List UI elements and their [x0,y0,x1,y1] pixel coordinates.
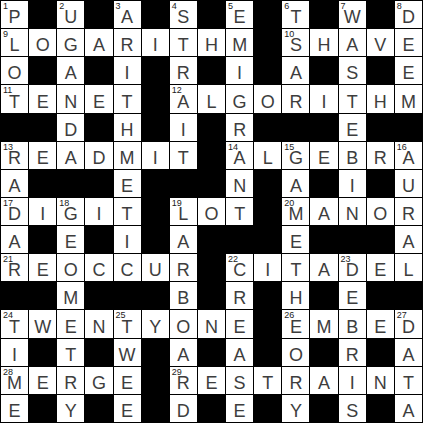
cell-r12c0[interactable]: I [1,339,28,366]
cell-letter: T [170,36,197,54]
cell-r9c12[interactable]: 23D [339,254,366,281]
cell-r6c14[interactable]: U [395,170,422,197]
black-cell-r4c11 [310,114,337,141]
cell-r11c5[interactable]: Y [142,310,169,337]
cell-letter: E [114,402,141,420]
cell-letter: G [57,205,84,223]
cell-letter: A [114,8,141,26]
cell-r7c11[interactable]: A [310,198,337,225]
cell-letter: I [142,149,169,167]
cell-letter: T [226,205,253,223]
cell-r9c4[interactable]: C [114,254,141,281]
cell-r9c9[interactable]: I [254,254,281,281]
cell-r11c6[interactable]: O [170,310,197,337]
black-cell-r6c7 [198,170,225,197]
cell-letter: A [395,402,422,420]
cell-r11c12[interactable]: B [339,310,366,337]
cell-letter: E [114,374,141,392]
cell-r1c8[interactable]: M [226,29,253,56]
cell-letter: W [339,8,366,26]
cell-r7c7[interactable]: O [198,198,225,225]
black-cell-r4c10 [282,114,309,141]
cell-letter: R [339,346,366,364]
cell-letter: E [57,318,84,336]
cell-r6c4[interactable]: E [114,170,141,197]
cell-r9c11[interactable]: A [310,254,337,281]
black-cell-r0c3 [85,1,112,28]
cell-r0c0[interactable]: 1P [1,1,28,28]
cell-letter: S [339,64,366,82]
cell-letter: C [85,261,112,279]
cell-r14c6[interactable]: D [170,395,197,422]
cell-letter: T [114,318,141,336]
cell-letter: E [282,318,309,336]
cell-r10c8[interactable]: R [226,282,253,309]
cell-r1c4[interactable]: R [114,29,141,56]
cell-r4c8[interactable]: R [226,114,253,141]
cell-letter: E [85,93,112,111]
cell-r2c10[interactable]: A [282,57,309,84]
cell-letter: O [1,64,28,82]
cell-r1c0[interactable]: 9L [1,29,28,56]
black-cell-r8c8 [226,226,253,253]
cell-r7c13[interactable]: O [367,198,394,225]
cell-letter: M [1,374,28,392]
black-cell-r12c5 [142,339,169,366]
cell-r5c8[interactable]: 14A [226,142,253,169]
cell-r5c3[interactable]: D [85,142,112,169]
cell-letter: P [1,8,28,26]
cell-letter: E [29,261,56,279]
cell-r8c10[interactable]: E [282,226,309,253]
cell-letter: T [282,8,309,26]
cell-r3c3[interactable]: E [85,85,112,112]
cell-r12c12[interactable]: R [339,339,366,366]
black-cell-r7c5 [142,198,169,225]
cell-r3c13[interactable]: H [367,85,394,112]
cell-r11c11[interactable]: M [310,310,337,337]
cell-letter: D [85,149,112,167]
black-cell-r7c9 [254,198,281,225]
cell-r9c3[interactable]: C [85,254,112,281]
black-cell-r10c5 [142,282,169,309]
cell-r10c6[interactable]: B [170,282,197,309]
cell-r9c1[interactable]: E [29,254,56,281]
black-cell-r8c1 [29,226,56,253]
cell-letter: E [367,261,394,279]
cell-r2c6[interactable]: R [170,57,197,84]
cell-r11c8[interactable]: E [226,310,253,337]
cell-letter: A [57,149,84,167]
cell-r9c2[interactable]: O [57,254,84,281]
black-cell-r10c9 [254,282,281,309]
cell-r7c4[interactable]: T [114,198,141,225]
cell-letter: O [282,346,309,364]
cell-r4c2[interactable]: D [57,114,84,141]
cell-r6c12[interactable]: I [339,170,366,197]
cell-letter: E [339,121,366,139]
cell-r5c14[interactable]: 16A [395,142,422,169]
black-cell-r14c3 [85,395,112,422]
cell-r0c6[interactable]: 4S [170,1,197,28]
cell-r0c2[interactable]: 2U [57,1,84,28]
cell-r7c0[interactable]: 17D [1,198,28,225]
black-cell-r2c13 [367,57,394,84]
cell-r8c4[interactable]: I [114,226,141,253]
cell-r4c4[interactable]: H [114,114,141,141]
cell-r5c12[interactable]: B [339,142,366,169]
cell-r4c6[interactable]: I [170,114,197,141]
cell-r10c12[interactable]: E [339,282,366,309]
cell-r1c7[interactable]: H [198,29,225,56]
black-cell-r4c3 [85,114,112,141]
cell-letter: S [170,8,197,26]
black-cell-r0c9 [254,1,281,28]
cell-r5c4[interactable]: M [114,142,141,169]
cell-r3c9[interactable]: O [254,85,281,112]
cell-r8c6[interactable]: A [170,226,197,253]
cell-r11c13[interactable]: E [367,310,394,337]
cell-letter: E [198,374,225,392]
cell-r0c10[interactable]: 6T [282,1,309,28]
cell-r3c14[interactable]: M [395,85,422,112]
black-cell-r8c13 [367,226,394,253]
cell-letter: I [339,374,366,392]
cell-letter: R [114,36,141,54]
cell-letter: E [310,149,337,167]
cell-r11c0[interactable]: 24T [1,310,28,337]
cell-r0c4[interactable]: 3A [114,1,141,28]
cell-letter: R [367,149,394,167]
cell-letter: D [339,261,366,279]
cell-r14c8[interactable]: E [226,395,253,422]
cell-letter: H [114,121,141,139]
cell-letter: S [282,36,309,54]
black-cell-r1c9 [254,29,281,56]
cell-letter: E [395,36,422,54]
cell-r11c10[interactable]: 26E [282,310,309,337]
black-cell-r14c9 [254,395,281,422]
cell-letter: B [339,149,366,167]
cell-r0c12[interactable]: 7W [339,1,366,28]
cell-r4c12[interactable]: E [339,114,366,141]
black-cell-r12c11 [310,339,337,366]
cell-r9c0[interactable]: 21R [1,254,28,281]
cell-r1c12[interactable]: A [339,29,366,56]
cell-r7c2[interactable]: 18G [57,198,84,225]
cell-letter: Y [57,402,84,420]
cell-r5c10[interactable]: 15G [282,142,309,169]
cell-r3c8[interactable]: G [226,85,253,112]
black-cell-r10c13 [367,282,394,309]
cell-r14c10[interactable]: Y [282,395,309,422]
cell-r3c12[interactable]: T [339,85,366,112]
cell-letter: W [29,318,56,336]
cell-r14c0[interactable]: E [1,395,28,422]
cell-r8c14[interactable]: A [395,226,422,253]
cell-letter: D [1,205,28,223]
cell-letter: A [310,261,337,279]
cell-r14c2[interactable]: Y [57,395,84,422]
cell-r13c2[interactable]: R [57,367,84,394]
cell-letter: M [395,93,422,111]
cell-r1c10[interactable]: 10S [282,29,309,56]
black-cell-r14c11 [310,395,337,422]
black-cell-r0c13 [367,1,394,28]
cell-r1c5[interactable]: I [142,29,169,56]
cell-letter: L [170,205,197,223]
cell-r6c8[interactable]: N [226,170,253,197]
black-cell-r2c11 [310,57,337,84]
cell-letter: T [1,93,28,111]
cell-r5c2[interactable]: A [57,142,84,169]
cell-r13c13[interactable]: N [367,367,394,394]
cell-r6c0[interactable]: A [1,170,28,197]
cell-r1c13[interactable]: V [367,29,394,56]
cell-r8c2[interactable]: E [57,226,84,253]
cell-letter: A [310,205,337,223]
cell-letter: D [170,402,197,420]
crossword-puzzle: 1P2U3A4S5E6T7W8D9LOGARITHM10SHAVEOAIRIAS… [0,0,423,423]
black-cell-r6c13 [367,170,394,197]
cell-r9c14[interactable]: L [395,254,422,281]
cell-letter: A [170,233,197,251]
cell-r3c0[interactable]: 11T [1,85,28,112]
cell-r3c7[interactable]: L [198,85,225,112]
cell-r5c11[interactable]: E [310,142,337,169]
cell-r3c6[interactable]: 12A [170,85,197,112]
cell-r9c13[interactable]: E [367,254,394,281]
cell-letter: G [282,149,309,167]
cell-r13c0[interactable]: 28M [1,367,28,394]
cell-letter: R [170,374,197,392]
cell-letter: A [226,149,253,167]
black-cell-r10c7 [198,282,225,309]
cell-r1c11[interactable]: H [310,29,337,56]
black-cell-r9c7 [198,254,225,281]
cell-letter: M [226,36,253,54]
cell-letter: E [282,233,309,251]
cell-letter: E [1,402,28,420]
cell-r13c8[interactable]: S [226,367,253,394]
cell-letter: E [226,402,253,420]
cell-letter: U [395,177,422,195]
cell-r12c8[interactable]: A [226,339,253,366]
cell-letter: G [57,36,84,54]
cell-letter: I [85,205,112,223]
cell-letter: R [395,205,422,223]
cell-letter: S [339,402,366,420]
cell-r2c4[interactable]: I [114,57,141,84]
cell-r13c4[interactable]: E [114,367,141,394]
black-cell-r2c1 [29,57,56,84]
black-cell-r10c4 [114,282,141,309]
black-cell-r2c5 [142,57,169,84]
cell-letter: E [29,374,56,392]
black-cell-r12c13 [367,339,394,366]
cell-r14c4[interactable]: E [114,395,141,422]
cell-r5c9[interactable]: L [254,142,281,169]
cell-letter: R [170,261,197,279]
cell-letter: E [29,93,56,111]
cell-letter: L [1,36,28,54]
cell-r0c8[interactable]: 5E [226,1,253,28]
black-cell-r13c5 [142,367,169,394]
cell-r1c6[interactable]: T [170,29,197,56]
black-cell-r14c7 [198,395,225,422]
black-cell-r14c1 [29,395,56,422]
cell-r5c6[interactable]: T [170,142,197,169]
cell-letter: H [367,93,394,111]
cell-letter: I [29,205,56,223]
cell-r12c4[interactable]: W [114,339,141,366]
cell-r1c14[interactable]: E [395,29,422,56]
cell-r12c6[interactable]: A [170,339,197,366]
cell-r11c14[interactable]: 27D [395,310,422,337]
cell-letter: A [170,346,197,364]
black-cell-r10c14 [395,282,422,309]
cell-letter: O [254,93,281,111]
cell-r5c0[interactable]: 13R [1,142,28,169]
cell-r13c12[interactable]: I [339,367,366,394]
black-cell-r10c1 [29,282,56,309]
cell-letter: M [114,149,141,167]
cell-r2c14[interactable]: E [395,57,422,84]
black-cell-r0c1 [29,1,56,28]
black-cell-r14c5 [142,395,169,422]
cell-r14c14[interactable]: A [395,395,422,422]
cell-r7c12[interactable]: N [339,198,366,225]
cell-letter: O [57,261,84,279]
cell-r7c3[interactable]: I [85,198,112,225]
black-cell-r8c7 [198,226,225,253]
black-cell-r4c0 [1,114,28,141]
black-cell-r4c1 [29,114,56,141]
cell-r0c14[interactable]: 8D [395,1,422,28]
cell-letter: T [114,93,141,111]
cell-r9c6[interactable]: R [170,254,197,281]
cell-letter: T [170,149,197,167]
black-cell-r5c7 [198,142,225,169]
black-cell-r8c3 [85,226,112,253]
cell-letter: I [114,233,141,251]
cell-r12c10[interactable]: O [282,339,309,366]
cell-r9c10[interactable]: T [282,254,309,281]
cell-r12c14[interactable]: A [395,339,422,366]
black-cell-r6c9 [254,170,281,197]
cell-letter: U [142,261,169,279]
cell-r11c1[interactable]: W [29,310,56,337]
cell-letter: W [114,346,141,364]
cell-letter: T [254,374,281,392]
cell-r11c3[interactable]: N [85,310,112,337]
cell-letter: I [254,261,281,279]
cell-r5c1[interactable]: E [29,142,56,169]
cell-letter: M [57,289,84,307]
cell-letter: I [170,121,197,139]
cell-letter: R [226,289,253,307]
cell-letter: A [1,233,28,251]
cell-r11c7[interactable]: N [198,310,225,337]
cell-letter: V [367,36,394,54]
cell-r7c14[interactable]: R [395,198,422,225]
cell-r6c10[interactable]: A [282,170,309,197]
black-cell-r2c9 [254,57,281,84]
cell-letter: M [310,318,337,336]
cell-r1c1[interactable]: O [29,29,56,56]
black-cell-r6c6 [170,170,197,197]
cell-letter: N [198,318,225,336]
cell-r13c7[interactable]: E [198,367,225,394]
cell-letter: L [198,93,225,111]
cell-r2c2[interactable]: A [57,57,84,84]
cell-r2c8[interactable]: I [226,57,253,84]
cell-r9c8[interactable]: 22C [226,254,253,281]
cell-r11c4[interactable]: 25T [114,310,141,337]
cell-r2c0[interactable]: O [1,57,28,84]
cell-r3c11[interactable]: I [310,85,337,112]
cell-r3c10[interactable]: R [282,85,309,112]
black-cell-r8c11 [310,226,337,253]
cell-r12c2[interactable]: T [57,339,84,366]
cell-letter: I [142,36,169,54]
cell-r3c4[interactable]: T [114,85,141,112]
cell-r13c3[interactable]: G [85,367,112,394]
cell-letter: B [170,289,197,307]
cell-r7c1[interactable]: I [29,198,56,225]
cell-r13c1[interactable]: E [29,367,56,394]
cell-r3c1[interactable]: E [29,85,56,112]
black-cell-r4c5 [142,114,169,141]
black-cell-r4c13 [367,114,394,141]
cell-letter: I [114,64,141,82]
cell-r10c2[interactable]: M [57,282,84,309]
cell-r13c9[interactable]: T [254,367,281,394]
cell-r7c6[interactable]: 19L [170,198,197,225]
cell-letter: G [85,374,112,392]
cell-letter: E [57,233,84,251]
cell-letter: E [367,318,394,336]
cell-r2c12[interactable]: S [339,57,366,84]
cell-letter: A [226,346,253,364]
cell-r10c10[interactable]: H [282,282,309,309]
cell-letter: C [226,261,253,279]
cell-r7c8[interactable]: T [226,198,253,225]
cell-r1c3[interactable]: A [85,29,112,56]
cell-r9c5[interactable]: U [142,254,169,281]
black-cell-r6c2 [57,170,84,197]
cell-r13c10[interactable]: R [282,367,309,394]
cell-r8c0[interactable]: A [1,226,28,253]
cell-r11c2[interactable]: E [57,310,84,337]
cell-r13c11[interactable]: A [310,367,337,394]
cell-r3c2[interactable]: N [57,85,84,112]
cell-r14c12[interactable]: S [339,395,366,422]
cell-r7c10[interactable]: 20M [282,198,309,225]
cell-r5c5[interactable]: I [142,142,169,169]
cell-letter: E [395,64,422,82]
black-cell-r11c9 [254,310,281,337]
cell-letter: I [1,346,28,364]
cell-r1c2[interactable]: G [57,29,84,56]
cell-r13c14[interactable]: T [395,367,422,394]
black-cell-r10c3 [85,282,112,309]
cell-r5c13[interactable]: R [367,142,394,169]
cell-r13c6[interactable]: 29R [170,367,197,394]
cell-letter: O [367,205,394,223]
cell-letter: I [339,177,366,195]
cell-letter: D [395,8,422,26]
